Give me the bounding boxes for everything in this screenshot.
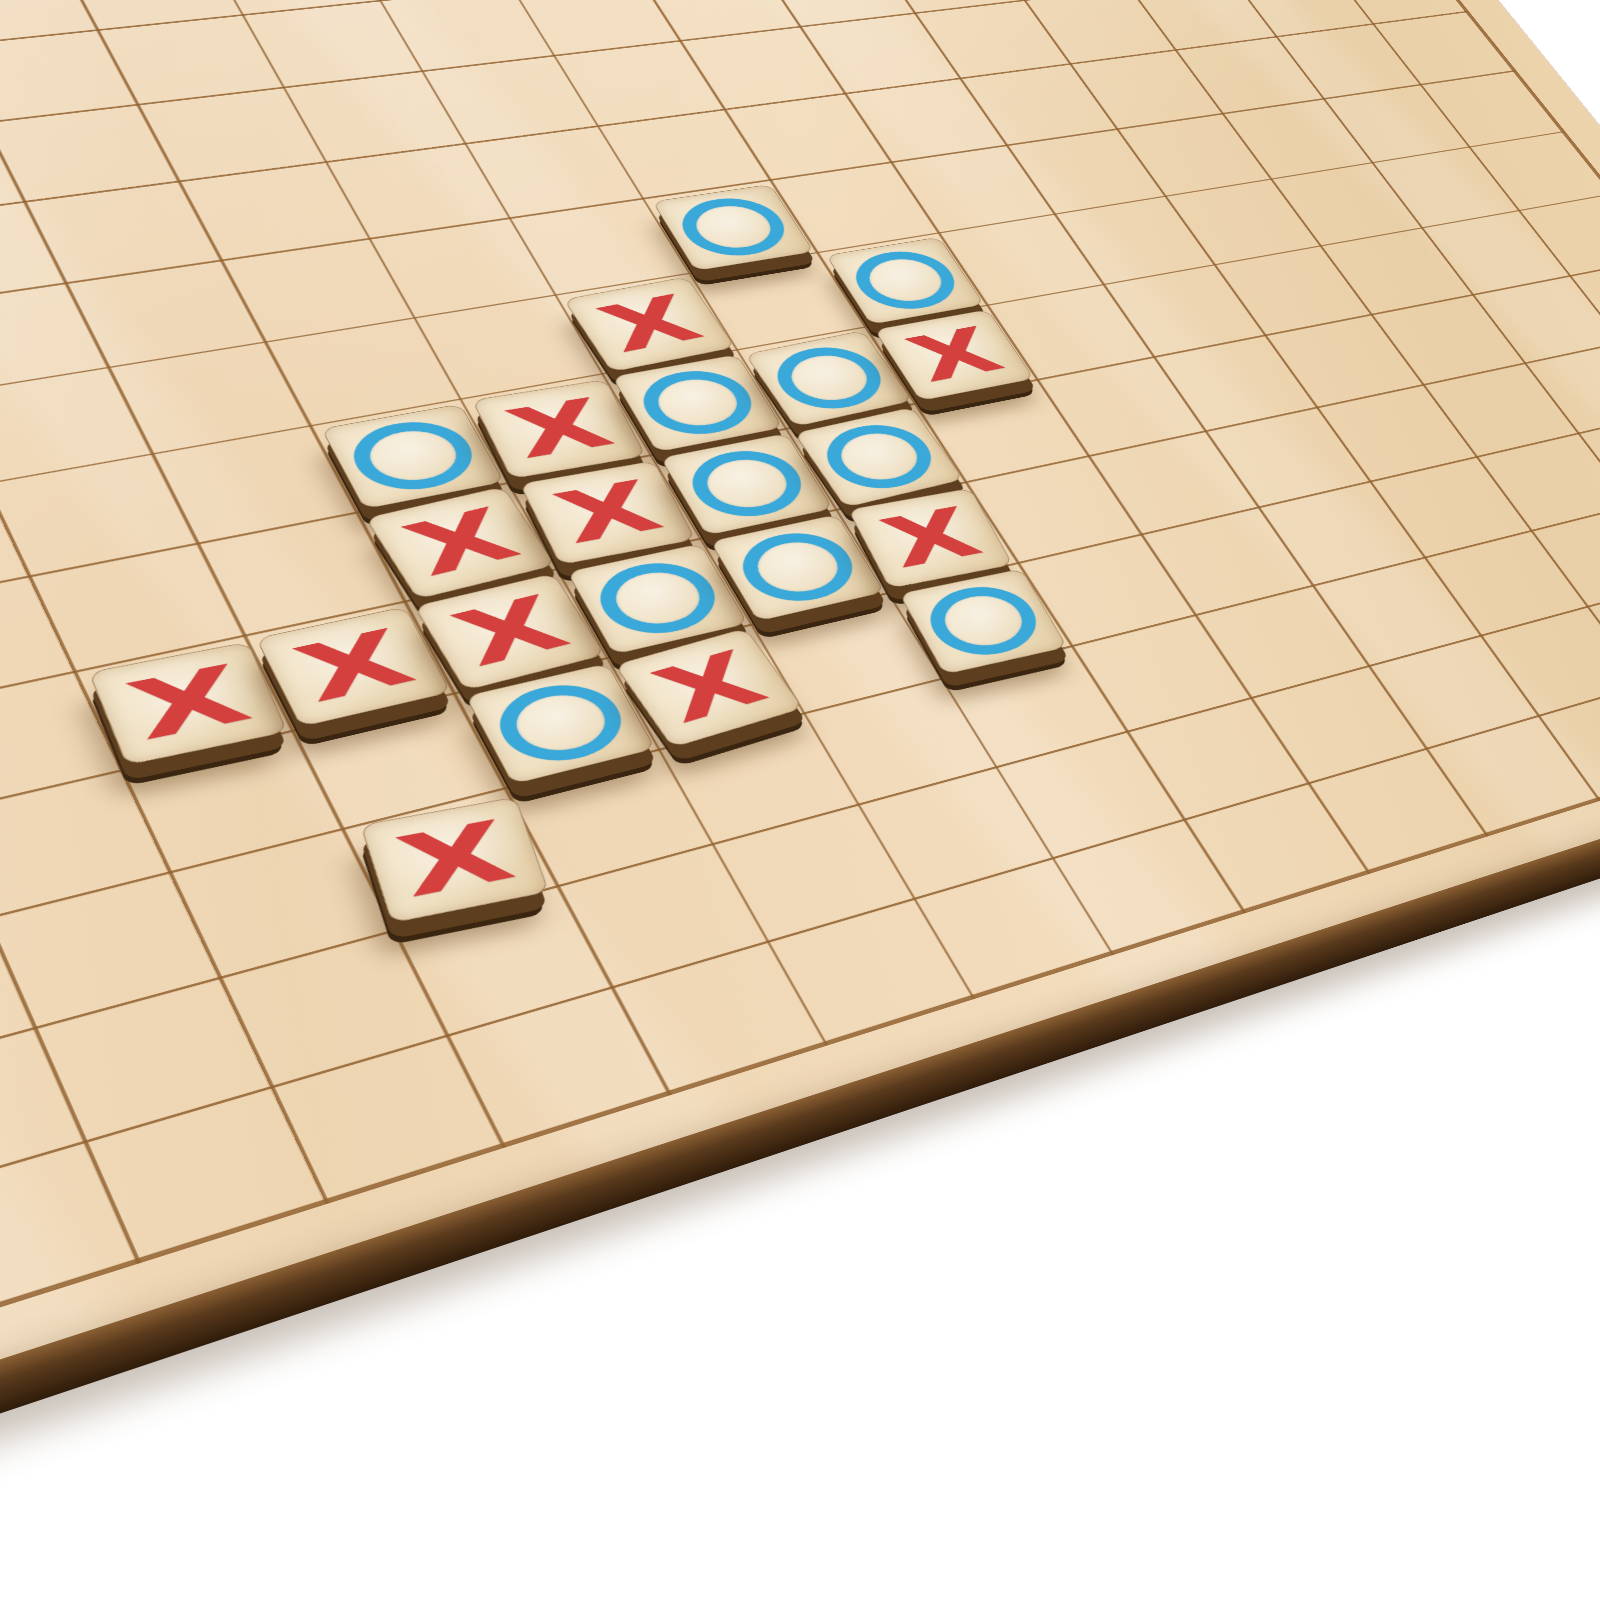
x-glyph: X — [391, 498, 530, 587]
x-glyph: X — [283, 619, 424, 714]
x-glyph: X — [640, 640, 778, 734]
o-glyph — [629, 364, 766, 443]
tile-x-c4r10[interactable]: X — [360, 797, 549, 924]
o-glyph — [668, 193, 798, 263]
o-glyph — [484, 675, 637, 772]
x-glyph: X — [587, 286, 712, 362]
o-glyph — [916, 579, 1051, 664]
tile-o-c9r5[interactable] — [826, 237, 985, 325]
o-glyph — [811, 417, 947, 498]
game-board: XXXXXXXXXXX — [0, 0, 1600, 1475]
tiles-layer: XXXXXXXXXXX — [0, 0, 1600, 1475]
tile-o-c8r9[interactable] — [899, 568, 1068, 674]
tile-o-c8r4[interactable] — [652, 184, 814, 271]
o-glyph — [728, 525, 868, 611]
o-glyph — [585, 554, 730, 643]
x-glyph: X — [496, 389, 621, 468]
x-glyph: X — [388, 809, 523, 909]
tile-x-c3r8[interactable]: X — [88, 642, 287, 766]
x-glyph: X — [896, 318, 1013, 391]
o-glyph — [678, 443, 817, 525]
x-glyph: X — [117, 654, 260, 752]
x-glyph: X — [871, 498, 991, 578]
tile-x-c7r5[interactable]: X — [563, 277, 735, 373]
o-glyph — [339, 414, 486, 498]
x-glyph: X — [440, 585, 579, 677]
o-glyph — [842, 245, 969, 315]
x-glyph: X — [544, 471, 671, 554]
o-glyph — [762, 340, 897, 417]
tile-x-c4r8[interactable]: X — [256, 606, 452, 727]
tile-x-c6r6[interactable]: X — [472, 379, 646, 479]
product-photo-stage: XXXXXXXXXXX — [0, 0, 1600, 1600]
